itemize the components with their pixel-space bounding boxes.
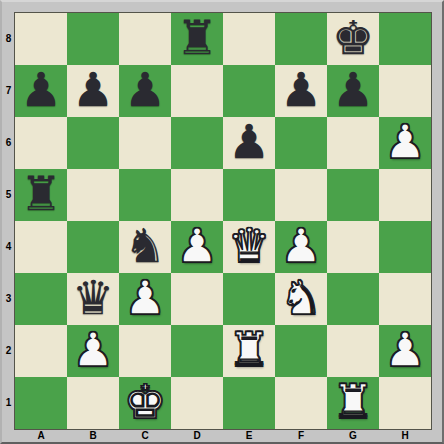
- square-e8[interactable]: [223, 13, 275, 65]
- square-c6[interactable]: [119, 117, 171, 169]
- square-d2[interactable]: [171, 325, 223, 377]
- white-pawn-piece[interactable]: ♟: [72, 325, 114, 376]
- square-f8[interactable]: [275, 13, 327, 65]
- square-h6[interactable]: ♟: [379, 117, 431, 169]
- file-label-a: A: [15, 429, 67, 442]
- square-b3[interactable]: ♛: [67, 273, 119, 325]
- square-g4[interactable]: [327, 221, 379, 273]
- square-a5[interactable]: ♜: [15, 169, 67, 221]
- square-h4[interactable]: [379, 221, 431, 273]
- white-pawn-piece[interactable]: ♟: [176, 221, 218, 272]
- square-d4[interactable]: ♟: [171, 221, 223, 273]
- square-h8[interactable]: [379, 13, 431, 65]
- black-queen-piece[interactable]: ♛: [72, 273, 114, 324]
- square-a1[interactable]: [15, 377, 67, 429]
- rank-label-7: 7: [2, 65, 15, 117]
- square-e6[interactable]: ♟: [223, 117, 275, 169]
- square-a3[interactable]: [15, 273, 67, 325]
- square-c3[interactable]: ♟: [119, 273, 171, 325]
- rank-labels: 87654321: [2, 13, 15, 429]
- square-h3[interactable]: [379, 273, 431, 325]
- file-label-b: B: [67, 429, 119, 442]
- square-f6[interactable]: [275, 117, 327, 169]
- white-pawn-piece[interactable]: ♟: [384, 325, 426, 376]
- square-b1[interactable]: [67, 377, 119, 429]
- file-labels: ABCDEFGH: [15, 429, 431, 442]
- black-rook-piece[interactable]: ♜: [176, 13, 218, 64]
- square-f7[interactable]: ♟: [275, 65, 327, 117]
- square-c7[interactable]: ♟: [119, 65, 171, 117]
- square-a6[interactable]: [15, 117, 67, 169]
- square-b6[interactable]: [67, 117, 119, 169]
- chess-board[interactable]: ♜♚♟♟♟♟♟♟♟♜♞♟♛♟♛♟♞♟♜♟♚♜: [15, 13, 431, 429]
- square-d7[interactable]: [171, 65, 223, 117]
- square-h1[interactable]: [379, 377, 431, 429]
- square-c8[interactable]: [119, 13, 171, 65]
- black-rook-piece[interactable]: ♜: [20, 169, 62, 220]
- white-queen-piece[interactable]: ♛: [228, 221, 270, 272]
- square-e4[interactable]: ♛: [223, 221, 275, 273]
- white-rook-piece[interactable]: ♜: [228, 325, 270, 376]
- white-knight-piece[interactable]: ♞: [280, 273, 322, 324]
- square-e3[interactable]: [223, 273, 275, 325]
- square-g2[interactable]: [327, 325, 379, 377]
- square-b5[interactable]: [67, 169, 119, 221]
- square-d8[interactable]: ♜: [171, 13, 223, 65]
- file-label-d: D: [171, 429, 223, 442]
- square-f1[interactable]: [275, 377, 327, 429]
- square-f5[interactable]: [275, 169, 327, 221]
- square-g1[interactable]: ♜: [327, 377, 379, 429]
- black-pawn-piece[interactable]: ♟: [20, 65, 62, 116]
- black-pawn-piece[interactable]: ♟: [280, 65, 322, 116]
- square-c4[interactable]: ♞: [119, 221, 171, 273]
- square-c2[interactable]: [119, 325, 171, 377]
- rank-label-5: 5: [2, 169, 15, 221]
- square-d6[interactable]: [171, 117, 223, 169]
- square-e2[interactable]: ♜: [223, 325, 275, 377]
- square-h7[interactable]: [379, 65, 431, 117]
- white-pawn-piece[interactable]: ♟: [384, 117, 426, 168]
- black-pawn-piece[interactable]: ♟: [228, 117, 270, 168]
- square-f3[interactable]: ♞: [275, 273, 327, 325]
- black-pawn-piece[interactable]: ♟: [124, 65, 166, 116]
- square-a7[interactable]: ♟: [15, 65, 67, 117]
- square-g7[interactable]: ♟: [327, 65, 379, 117]
- square-c1[interactable]: ♚: [119, 377, 171, 429]
- rank-label-8: 8: [2, 13, 15, 65]
- square-f4[interactable]: ♟: [275, 221, 327, 273]
- square-h5[interactable]: [379, 169, 431, 221]
- rank-label-3: 3: [2, 273, 15, 325]
- square-f2[interactable]: [275, 325, 327, 377]
- square-e1[interactable]: [223, 377, 275, 429]
- square-e7[interactable]: [223, 65, 275, 117]
- chess-board-frame: 87654321 ABCDEFGH ♜♚♟♟♟♟♟♟♟♜♞♟♛♟♛♟♞♟♜♟♚♜: [0, 0, 444, 444]
- black-knight-piece[interactable]: ♞: [124, 221, 166, 272]
- rank-label-1: 1: [2, 377, 15, 429]
- square-a4[interactable]: [15, 221, 67, 273]
- square-b4[interactable]: [67, 221, 119, 273]
- white-rook-piece[interactable]: ♜: [332, 377, 374, 428]
- rank-label-2: 2: [2, 325, 15, 377]
- black-pawn-piece[interactable]: ♟: [332, 65, 374, 116]
- square-b2[interactable]: ♟: [67, 325, 119, 377]
- rank-label-4: 4: [2, 221, 15, 273]
- file-label-f: F: [275, 429, 327, 442]
- white-king-piece[interactable]: ♚: [124, 377, 166, 428]
- square-d1[interactable]: [171, 377, 223, 429]
- square-b8[interactable]: [67, 13, 119, 65]
- square-a2[interactable]: [15, 325, 67, 377]
- square-h2[interactable]: ♟: [379, 325, 431, 377]
- square-d5[interactable]: [171, 169, 223, 221]
- square-a8[interactable]: [15, 13, 67, 65]
- square-b7[interactable]: ♟: [67, 65, 119, 117]
- black-pawn-piece[interactable]: ♟: [72, 65, 114, 116]
- square-g5[interactable]: [327, 169, 379, 221]
- square-g3[interactable]: [327, 273, 379, 325]
- file-label-c: C: [119, 429, 171, 442]
- file-label-h: H: [379, 429, 431, 442]
- square-d3[interactable]: [171, 273, 223, 325]
- white-pawn-piece[interactable]: ♟: [280, 221, 322, 272]
- square-c5[interactable]: [119, 169, 171, 221]
- square-g6[interactable]: [327, 117, 379, 169]
- rank-label-6: 6: [2, 117, 15, 169]
- white-pawn-piece[interactable]: ♟: [124, 273, 166, 324]
- square-e5[interactable]: [223, 169, 275, 221]
- file-label-e: E: [223, 429, 275, 442]
- file-label-g: G: [327, 429, 379, 442]
- black-king-piece[interactable]: ♚: [332, 13, 374, 64]
- square-g8[interactable]: ♚: [327, 13, 379, 65]
